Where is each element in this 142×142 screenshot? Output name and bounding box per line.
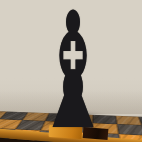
scene: ♝ — [0, 0, 142, 142]
black-bishop-piece: ♝ — [32, 0, 114, 142]
